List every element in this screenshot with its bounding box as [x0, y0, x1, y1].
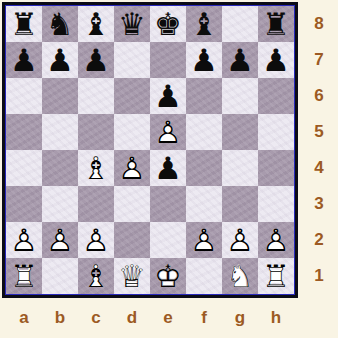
square-d1[interactable]: ♛♕	[114, 258, 150, 294]
square-a5[interactable]	[6, 114, 42, 150]
square-c5[interactable]	[78, 114, 114, 150]
white-pawn[interactable]: ♙	[150, 114, 186, 150]
white-pawn[interactable]: ♙	[6, 222, 42, 258]
white-pawn[interactable]: ♙	[114, 150, 150, 186]
white-pawn[interactable]: ♙	[258, 222, 294, 258]
square-e6[interactable]: ♟	[150, 78, 186, 114]
square-b3[interactable]	[42, 186, 78, 222]
chess-board: ♜♞♝♛♚♝♜♟♟♟♟♟♟♟♟♙♝♗♟♙♟♟♙♟♙♟♙♟♙♟♙♟♙♜♖♝♗♛♕♚…	[6, 6, 294, 294]
rank-labels: 87654321	[300, 0, 338, 300]
square-h7[interactable]: ♟	[258, 42, 294, 78]
square-c7[interactable]: ♟	[78, 42, 114, 78]
black-bishop[interactable]: ♝	[78, 6, 114, 42]
square-e7[interactable]	[150, 42, 186, 78]
square-f6[interactable]	[186, 78, 222, 114]
square-d8[interactable]: ♛	[114, 6, 150, 42]
black-pawn[interactable]: ♟	[186, 42, 222, 78]
square-h4[interactable]	[258, 150, 294, 186]
white-rook[interactable]: ♖	[6, 258, 42, 294]
square-b1[interactable]	[42, 258, 78, 294]
black-pawn[interactable]: ♟	[78, 42, 114, 78]
file-label-e: e	[150, 298, 186, 338]
square-d2[interactable]	[114, 222, 150, 258]
file-label-h: h	[258, 298, 294, 338]
square-b6[interactable]	[42, 78, 78, 114]
square-d7[interactable]	[114, 42, 150, 78]
square-b8[interactable]: ♞	[42, 6, 78, 42]
square-d6[interactable]	[114, 78, 150, 114]
square-h8[interactable]: ♜	[258, 6, 294, 42]
square-e1[interactable]: ♚♔	[150, 258, 186, 294]
square-h2[interactable]: ♟♙	[258, 222, 294, 258]
white-pawn[interactable]: ♙	[42, 222, 78, 258]
square-c6[interactable]	[78, 78, 114, 114]
file-label-d: d	[114, 298, 150, 338]
square-a2[interactable]: ♟♙	[6, 222, 42, 258]
rank-label-8: 8	[300, 6, 338, 42]
square-b2[interactable]: ♟♙	[42, 222, 78, 258]
white-knight[interactable]: ♘	[222, 258, 258, 294]
square-f1[interactable]	[186, 258, 222, 294]
white-pawn[interactable]: ♙	[186, 222, 222, 258]
file-labels: abcdefgh	[0, 298, 300, 338]
square-c1[interactable]: ♝♗	[78, 258, 114, 294]
black-pawn[interactable]: ♟	[150, 150, 186, 186]
white-pawn[interactable]: ♙	[78, 222, 114, 258]
square-d5[interactable]	[114, 114, 150, 150]
rank-label-7: 7	[300, 42, 338, 78]
rank-label-2: 2	[300, 222, 338, 258]
rank-label-6: 6	[300, 78, 338, 114]
square-c3[interactable]	[78, 186, 114, 222]
square-f7[interactable]: ♟	[186, 42, 222, 78]
square-f2[interactable]: ♟♙	[186, 222, 222, 258]
rank-label-3: 3	[300, 186, 338, 222]
square-d3[interactable]	[114, 186, 150, 222]
square-g6[interactable]	[222, 78, 258, 114]
board-inner-rim: ♜♞♝♛♚♝♜♟♟♟♟♟♟♟♟♙♝♗♟♙♟♟♙♟♙♟♙♟♙♟♙♟♙♜♖♝♗♛♕♚…	[5, 5, 295, 295]
chess-diagram: ♜♞♝♛♚♝♜♟♟♟♟♟♟♟♟♙♝♗♟♙♟♟♙♟♙♟♙♟♙♟♙♟♙♜♖♝♗♛♕♚…	[0, 0, 338, 338]
black-pawn[interactable]: ♟	[42, 42, 78, 78]
square-h5[interactable]	[258, 114, 294, 150]
black-pawn[interactable]: ♟	[150, 78, 186, 114]
square-e3[interactable]	[150, 186, 186, 222]
square-b5[interactable]	[42, 114, 78, 150]
square-e5[interactable]: ♟♙	[150, 114, 186, 150]
square-g5[interactable]	[222, 114, 258, 150]
square-g1[interactable]: ♞♘	[222, 258, 258, 294]
black-knight[interactable]: ♞	[42, 6, 78, 42]
white-queen[interactable]: ♕	[114, 258, 150, 294]
square-c2[interactable]: ♟♙	[78, 222, 114, 258]
square-g4[interactable]	[222, 150, 258, 186]
square-f5[interactable]	[186, 114, 222, 150]
square-b4[interactable]	[42, 150, 78, 186]
rank-label-4: 4	[300, 150, 338, 186]
square-e8[interactable]: ♚	[150, 6, 186, 42]
square-a6[interactable]	[6, 78, 42, 114]
square-f8[interactable]: ♝	[186, 6, 222, 42]
square-g8[interactable]	[222, 6, 258, 42]
square-h3[interactable]	[258, 186, 294, 222]
square-g3[interactable]	[222, 186, 258, 222]
square-c8[interactable]: ♝	[78, 6, 114, 42]
white-king[interactable]: ♔	[150, 258, 186, 294]
square-g2[interactable]: ♟♙	[222, 222, 258, 258]
square-d4[interactable]: ♟♙	[114, 150, 150, 186]
square-b7[interactable]: ♟	[42, 42, 78, 78]
square-f4[interactable]	[186, 150, 222, 186]
file-label-b: b	[42, 298, 78, 338]
square-e4[interactable]: ♟	[150, 150, 186, 186]
file-label-f: f	[186, 298, 222, 338]
square-h6[interactable]	[258, 78, 294, 114]
rank-label-1: 1	[300, 258, 338, 294]
square-a7[interactable]: ♟	[6, 42, 42, 78]
file-label-a: a	[6, 298, 42, 338]
square-a4[interactable]	[6, 150, 42, 186]
square-a3[interactable]	[6, 186, 42, 222]
square-a1[interactable]: ♜♖	[6, 258, 42, 294]
square-f3[interactable]	[186, 186, 222, 222]
black-bishop[interactable]: ♝	[186, 6, 222, 42]
black-pawn[interactable]: ♟	[258, 42, 294, 78]
black-king[interactable]: ♚	[150, 6, 186, 42]
white-bishop[interactable]: ♗	[78, 150, 114, 186]
file-label-g: g	[222, 298, 258, 338]
white-pawn[interactable]: ♙	[222, 222, 258, 258]
white-bishop[interactable]: ♗	[78, 258, 114, 294]
file-label-c: c	[78, 298, 114, 338]
black-queen[interactable]: ♛	[114, 6, 150, 42]
board-frame: ♜♞♝♛♚♝♜♟♟♟♟♟♟♟♟♙♝♗♟♙♟♟♙♟♙♟♙♟♙♟♙♟♙♜♖♝♗♛♕♚…	[2, 2, 298, 298]
square-g7[interactable]: ♟	[222, 42, 258, 78]
rank-label-5: 5	[300, 114, 338, 150]
black-pawn[interactable]: ♟	[6, 42, 42, 78]
square-e2[interactable]	[150, 222, 186, 258]
square-h1[interactable]: ♜♖	[258, 258, 294, 294]
white-rook[interactable]: ♖	[258, 258, 294, 294]
square-c4[interactable]: ♝♗	[78, 150, 114, 186]
black-rook[interactable]: ♜	[258, 6, 294, 42]
black-rook[interactable]: ♜	[6, 6, 42, 42]
square-a8[interactable]: ♜	[6, 6, 42, 42]
black-pawn[interactable]: ♟	[222, 42, 258, 78]
